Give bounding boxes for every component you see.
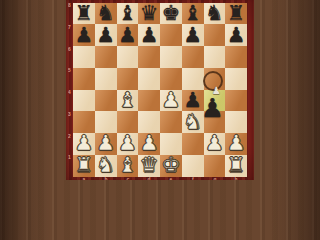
rank-label-8: 8	[68, 3, 71, 8]
square-d6[interactable]	[138, 46, 160, 68]
piece-white-pawn[interactable]: ♟	[117, 133, 139, 155]
piece-black-rook[interactable]: ♜	[225, 2, 247, 24]
square-e8[interactable]: ♚	[160, 3, 182, 25]
square-c8[interactable]: ♝	[117, 3, 139, 25]
square-f7[interactable]: ♟	[182, 24, 204, 46]
square-g2[interactable]: ♟	[204, 133, 226, 155]
piece-black-knight[interactable]: ♞	[204, 2, 226, 24]
rank-label-5: 5	[68, 68, 71, 73]
square-d8[interactable]: ♛	[138, 3, 160, 25]
square-h4[interactable]	[225, 90, 247, 112]
rank-label-6: 6	[68, 47, 71, 52]
file-label-g: g	[206, 177, 223, 181]
square-g4[interactable]	[204, 90, 226, 112]
square-d2[interactable]: ♟	[138, 133, 160, 155]
square-g1[interactable]	[204, 155, 226, 177]
file-label-h: h	[227, 177, 244, 181]
square-h5[interactable]	[225, 68, 247, 90]
piece-white-rook[interactable]: ♜	[73, 154, 95, 176]
piece-white-knight[interactable]: ♞	[182, 111, 204, 133]
piece-white-knight[interactable]: ♞	[95, 154, 117, 176]
square-a7[interactable]: ♟	[73, 24, 95, 46]
rank-label-2: 2	[68, 134, 71, 139]
piece-black-queen[interactable]: ♛	[138, 2, 160, 24]
square-a4[interactable]	[73, 90, 95, 112]
piece-white-pawn[interactable]: ♟	[138, 133, 160, 155]
piece-black-pawn[interactable]: ♟	[117, 24, 139, 46]
piece-white-pawn[interactable]: ♟	[225, 133, 247, 155]
square-c5[interactable]	[117, 68, 139, 90]
square-c4[interactable]: ♝	[117, 90, 139, 112]
square-a1[interactable]: ♜	[73, 155, 95, 177]
square-f3[interactable]: ♞	[182, 111, 204, 133]
square-g3[interactable]	[204, 111, 226, 133]
square-g6[interactable]	[204, 46, 226, 68]
square-e1[interactable]: ♚	[160, 155, 182, 177]
square-g8[interactable]: ♞	[204, 3, 226, 25]
square-d4[interactable]	[138, 90, 160, 112]
file-label-c: c	[119, 177, 136, 181]
rank-label-3: 3	[68, 112, 71, 117]
square-d3[interactable]	[138, 111, 160, 133]
chess-board[interactable]: ♜♞♝♛♚♝♞♜♟♟♟♟♟♟♝♟♟♞♟♟♟♟♟♟♜♞♝♛♚♜	[73, 3, 247, 177]
piece-black-pawn[interactable]: ♟	[95, 24, 117, 46]
square-e4[interactable]: ♟	[160, 90, 182, 112]
square-c1[interactable]: ♝	[117, 155, 139, 177]
square-b8[interactable]: ♞	[95, 3, 117, 25]
piece-white-king[interactable]: ♚	[160, 154, 182, 176]
square-h2[interactable]: ♟	[225, 133, 247, 155]
square-c7[interactable]: ♟	[117, 24, 139, 46]
piece-black-king[interactable]: ♚	[160, 2, 182, 24]
screenshot-root: { "game": "chess", "position": { "fen": …	[0, 0, 320, 180]
square-e5[interactable]	[160, 68, 182, 90]
square-h3[interactable]	[225, 111, 247, 133]
square-e3[interactable]	[160, 111, 182, 133]
piece-black-bishop[interactable]: ♝	[182, 2, 204, 24]
square-a2[interactable]: ♟	[73, 133, 95, 155]
piece-white-pawn[interactable]: ♟	[204, 133, 226, 155]
piece-black-knight[interactable]: ♞	[95, 2, 117, 24]
piece-black-rook[interactable]: ♜	[73, 2, 95, 24]
piece-white-pawn[interactable]: ♟	[160, 89, 182, 111]
square-f5[interactable]	[182, 68, 204, 90]
file-label-f: f	[184, 177, 201, 181]
square-b4[interactable]	[95, 90, 117, 112]
rank-label-7: 7	[68, 25, 71, 30]
piece-black-pawn[interactable]: ♟	[73, 24, 95, 46]
square-h8[interactable]: ♜	[225, 3, 247, 25]
square-f1[interactable]	[182, 155, 204, 177]
square-f4[interactable]: ♟	[182, 90, 204, 112]
square-h1[interactable]: ♜	[225, 155, 247, 177]
square-e7[interactable]	[160, 24, 182, 46]
square-e6[interactable]	[160, 46, 182, 68]
piece-white-pawn[interactable]: ♟	[73, 133, 95, 155]
square-b5[interactable]	[95, 68, 117, 90]
rank-label-1: 1	[68, 155, 71, 160]
file-label-a: a	[75, 177, 92, 181]
square-h7[interactable]: ♟	[225, 24, 247, 46]
square-b1[interactable]: ♞	[95, 155, 117, 177]
square-d5[interactable]	[138, 68, 160, 90]
square-g5[interactable]	[204, 68, 226, 90]
square-b6[interactable]	[95, 46, 117, 68]
square-a8[interactable]: ♜	[73, 3, 95, 25]
square-c6[interactable]	[117, 46, 139, 68]
file-label-d: d	[140, 177, 157, 181]
file-label-e: e	[162, 177, 179, 181]
piece-black-pawn[interactable]: ♟	[182, 24, 204, 46]
square-f2[interactable]	[182, 133, 204, 155]
board-frame: ♜♞♝♛♚♝♞♜♟♟♟♟♟♟♝♟♟♞♟♟♟♟♟♟♜♞♝♛♚♜ ♟♟ 876543…	[66, 0, 254, 180]
square-h6[interactable]	[225, 46, 247, 68]
square-a5[interactable]	[73, 68, 95, 90]
rank-label-4: 4	[68, 90, 71, 95]
square-f6[interactable]	[182, 46, 204, 68]
square-a3[interactable]	[73, 111, 95, 133]
piece-black-bishop[interactable]: ♝	[117, 2, 139, 24]
square-d7[interactable]: ♟	[138, 24, 160, 46]
piece-white-rook[interactable]: ♜	[225, 154, 247, 176]
piece-black-pawn[interactable]: ♟	[182, 89, 204, 111]
square-c3[interactable]	[117, 111, 139, 133]
square-g7[interactable]	[204, 24, 226, 46]
piece-black-pawn[interactable]: ♟	[138, 24, 160, 46]
piece-black-pawn[interactable]: ♟	[225, 24, 247, 46]
file-label-b: b	[97, 177, 114, 181]
square-a6[interactable]	[73, 46, 95, 68]
square-b2[interactable]: ♟	[95, 133, 117, 155]
piece-white-bishop[interactable]: ♝	[117, 154, 139, 176]
square-c2[interactable]: ♟	[117, 133, 139, 155]
square-f8[interactable]: ♝	[182, 3, 204, 25]
square-e2[interactable]	[160, 133, 182, 155]
square-b3[interactable]	[95, 111, 117, 133]
square-b7[interactable]: ♟	[95, 24, 117, 46]
square-d1[interactable]: ♛	[138, 155, 160, 177]
piece-white-bishop[interactable]: ♝	[117, 89, 139, 111]
piece-white-queen[interactable]: ♛	[138, 154, 160, 176]
piece-white-pawn[interactable]: ♟	[95, 133, 117, 155]
